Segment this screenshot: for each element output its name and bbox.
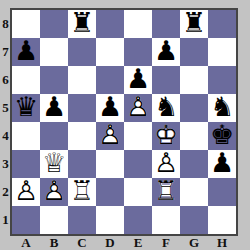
piece-outline-glyph: ♕ (40, 149, 68, 177)
square-b3[interactable]: ♛♕ (40, 150, 68, 178)
square-g1[interactable] (180, 206, 208, 234)
square-a1[interactable] (12, 206, 40, 234)
square-h8[interactable] (208, 10, 236, 38)
square-a2[interactable]: ♟♙ (12, 178, 40, 206)
black-pawn[interactable]: ♟ (40, 94, 68, 122)
file-label-e: E (124, 236, 152, 250)
square-e2[interactable] (124, 178, 152, 206)
piece-glyph: ♟ (208, 149, 236, 177)
piece-glyph: ♟ (12, 37, 40, 65)
file-label-a: A (12, 236, 40, 250)
black-knight[interactable]: ♞ (208, 94, 236, 122)
square-b5[interactable]: ♟ (40, 94, 68, 122)
piece-glyph: ♟ (152, 37, 180, 65)
square-g8[interactable]: ♜ (180, 10, 208, 38)
square-a7[interactable]: ♟ (12, 38, 40, 66)
square-d7[interactable] (96, 38, 124, 66)
black-pawn[interactable]: ♟ (124, 66, 152, 94)
square-h2[interactable] (208, 178, 236, 206)
white-rook[interactable]: ♜♖ (68, 178, 96, 206)
square-c6[interactable] (68, 66, 96, 94)
square-c1[interactable] (68, 206, 96, 234)
piece-outline-glyph: ♙ (96, 121, 124, 149)
square-d3[interactable] (96, 150, 124, 178)
piece-glyph: ♟ (124, 65, 152, 93)
square-a3[interactable] (12, 150, 40, 178)
file-label-b: B (40, 236, 68, 250)
white-pawn[interactable]: ♟♙ (152, 150, 180, 178)
white-queen[interactable]: ♛♕ (40, 150, 68, 178)
square-f8[interactable] (152, 10, 180, 38)
file-label-c: C (68, 236, 96, 250)
square-h7[interactable] (208, 38, 236, 66)
square-b2[interactable]: ♟♙ (40, 178, 68, 206)
piece-outline-glyph: ♙ (124, 93, 152, 121)
board-frame: ♜♜♟♟♟♛♟♟♟♙♞♞♟♙♚♔♚♛♕♟♙♟♟♙♟♙♜♖♜♖ (10, 8, 238, 236)
square-e1[interactable] (124, 206, 152, 234)
rank-label-3: 3 (0, 150, 11, 178)
black-pawn[interactable]: ♟ (96, 94, 124, 122)
rank-label-4: 4 (0, 122, 11, 150)
square-b4[interactable] (40, 122, 68, 150)
piece-outline-glyph: ♙ (12, 177, 40, 205)
piece-outline-glyph: ♙ (40, 177, 68, 205)
rank-label-7: 7 (0, 38, 11, 66)
square-g2[interactable] (180, 178, 208, 206)
piece-glyph: ♚ (208, 121, 236, 149)
square-f2[interactable]: ♜♖ (152, 178, 180, 206)
rank-label-2: 2 (0, 178, 11, 206)
square-g3[interactable] (180, 150, 208, 178)
square-c3[interactable] (68, 150, 96, 178)
rank-label-6: 6 (0, 66, 11, 94)
square-c8[interactable]: ♜ (68, 10, 96, 38)
square-a5[interactable]: ♛ (12, 94, 40, 122)
square-f3[interactable]: ♟♙ (152, 150, 180, 178)
rank-label-1: 1 (0, 206, 11, 234)
square-e7[interactable] (124, 38, 152, 66)
square-d4[interactable]: ♟♙ (96, 122, 124, 150)
black-knight[interactable]: ♞ (152, 94, 180, 122)
square-f5[interactable]: ♞ (152, 94, 180, 122)
square-e3[interactable] (124, 150, 152, 178)
white-pawn[interactable]: ♟♙ (12, 178, 40, 206)
square-f1[interactable] (152, 206, 180, 234)
square-a6[interactable] (12, 66, 40, 94)
file-label-f: F (152, 236, 180, 250)
black-queen[interactable]: ♛ (12, 94, 40, 122)
square-h5[interactable]: ♞ (208, 94, 236, 122)
square-a4[interactable] (12, 122, 40, 150)
chess-board: ♜♜♟♟♟♛♟♟♟♙♞♞♟♙♚♔♚♛♕♟♙♟♟♙♟♙♜♖♜♖ (12, 10, 236, 234)
file-label-d: D (96, 236, 124, 250)
square-b8[interactable] (40, 10, 68, 38)
square-d5[interactable]: ♟ (96, 94, 124, 122)
square-f4[interactable]: ♚♔ (152, 122, 180, 150)
black-rook[interactable]: ♜ (180, 10, 208, 38)
black-pawn[interactable]: ♟ (12, 38, 40, 66)
rank-label-8: 8 (0, 10, 11, 38)
square-e6[interactable]: ♟ (124, 66, 152, 94)
white-rook[interactable]: ♜♖ (152, 178, 180, 206)
piece-outline-glyph: ♙ (152, 149, 180, 177)
square-h4[interactable]: ♚ (208, 122, 236, 150)
white-king[interactable]: ♚♔ (152, 122, 180, 150)
white-pawn[interactable]: ♟♙ (96, 122, 124, 150)
square-e8[interactable] (124, 10, 152, 38)
piece-glyph: ♞ (208, 93, 236, 121)
square-d2[interactable] (96, 178, 124, 206)
square-c7[interactable] (68, 38, 96, 66)
piece-glyph: ♟ (40, 93, 68, 121)
square-f7[interactable]: ♟ (152, 38, 180, 66)
square-d1[interactable] (96, 206, 124, 234)
square-f6[interactable] (152, 66, 180, 94)
piece-outline-glyph: ♖ (68, 177, 96, 205)
square-h1[interactable] (208, 206, 236, 234)
square-g5[interactable] (180, 94, 208, 122)
square-d8[interactable] (96, 10, 124, 38)
square-g7[interactable] (180, 38, 208, 66)
file-label-g: G (180, 236, 208, 250)
piece-glyph: ♞ (152, 93, 180, 121)
square-b7[interactable] (40, 38, 68, 66)
square-c4[interactable] (68, 122, 96, 150)
piece-glyph: ♛ (12, 93, 40, 121)
square-d6[interactable] (96, 66, 124, 94)
piece-outline-glyph: ♔ (152, 121, 180, 149)
white-pawn[interactable]: ♟♙ (40, 178, 68, 206)
square-c5[interactable] (68, 94, 96, 122)
white-pawn[interactable]: ♟♙ (124, 94, 152, 122)
square-b6[interactable] (40, 66, 68, 94)
desktop-background: ♜♜♟♟♟♛♟♟♟♙♞♞♟♙♚♔♚♛♕♟♙♟♟♙♟♙♜♖♜♖ 87654321 … (0, 0, 250, 250)
black-pawn[interactable]: ♟ (208, 150, 236, 178)
file-label-h: H (208, 236, 236, 250)
piece-glyph: ♟ (96, 93, 124, 121)
black-pawn[interactable]: ♟ (152, 38, 180, 66)
piece-glyph: ♜ (68, 9, 96, 37)
black-rook[interactable]: ♜ (68, 10, 96, 38)
square-b1[interactable] (40, 206, 68, 234)
square-c2[interactable]: ♜♖ (68, 178, 96, 206)
square-e5[interactable]: ♟♙ (124, 94, 152, 122)
square-a8[interactable] (12, 10, 40, 38)
square-g4[interactable] (180, 122, 208, 150)
piece-glyph: ♜ (180, 9, 208, 37)
black-king[interactable]: ♚ (208, 122, 236, 150)
square-h6[interactable] (208, 66, 236, 94)
square-g6[interactable] (180, 66, 208, 94)
square-h3[interactable]: ♟ (208, 150, 236, 178)
piece-outline-glyph: ♖ (152, 177, 180, 205)
square-e4[interactable] (124, 122, 152, 150)
rank-label-5: 5 (0, 94, 11, 122)
